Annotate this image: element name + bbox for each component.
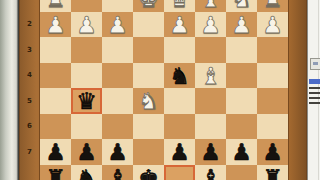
square-b3[interactable] xyxy=(226,37,257,63)
square-c3[interactable] xyxy=(195,37,226,63)
square-d2[interactable]: ♟ xyxy=(164,12,195,38)
square-f6[interactable] xyxy=(102,114,133,140)
square-b7[interactable]: ♟ xyxy=(226,139,257,165)
square-h5[interactable] xyxy=(40,88,71,114)
square-b4[interactable] xyxy=(226,63,257,89)
square-b1[interactable]: ♞ xyxy=(226,0,257,12)
black-knight-g8[interactable]: ♞ xyxy=(71,165,102,181)
black-rook-h8[interactable]: ♜ xyxy=(40,165,71,181)
panel-button[interactable] xyxy=(310,58,320,70)
square-g5[interactable]: ♛ xyxy=(71,88,102,114)
white-bishop-c1[interactable]: ♝ xyxy=(195,0,226,12)
square-a1[interactable]: ♜ xyxy=(257,0,288,12)
square-e4[interactable] xyxy=(133,63,164,89)
rank-label-4: 4 xyxy=(19,71,40,79)
square-f7[interactable]: ♟ xyxy=(102,139,133,165)
square-g4[interactable] xyxy=(71,63,102,89)
square-b2[interactable]: ♟ xyxy=(226,12,257,38)
white-knight-e5[interactable]: ♞ xyxy=(133,88,164,114)
square-d1[interactable]: ♛ xyxy=(164,0,195,12)
white-pawn-g2[interactable]: ♟ xyxy=(71,12,102,38)
square-a3[interactable] xyxy=(257,37,288,63)
square-d6[interactable] xyxy=(164,114,195,140)
panel-selected-item[interactable] xyxy=(309,79,320,84)
square-c5[interactable] xyxy=(195,88,226,114)
square-c7[interactable]: ♟ xyxy=(195,139,226,165)
square-e3[interactable] xyxy=(133,37,164,63)
square-a5[interactable] xyxy=(257,88,288,114)
square-b8[interactable] xyxy=(226,165,257,181)
white-pawn-c2[interactable]: ♟ xyxy=(195,12,226,38)
square-a8[interactable]: ♜ xyxy=(257,165,288,181)
square-h4[interactable] xyxy=(40,63,71,89)
square-h1[interactable]: ♜ xyxy=(40,0,71,12)
square-f8[interactable]: ♝ xyxy=(102,165,133,181)
white-queen-d1[interactable]: ♛ xyxy=(164,0,195,12)
square-e5[interactable]: ♞ xyxy=(133,88,164,114)
white-knight-b1[interactable]: ♞ xyxy=(226,0,257,12)
square-c4[interactable]: ♝ xyxy=(195,63,226,89)
square-a4[interactable] xyxy=(257,63,288,89)
panel-text-line xyxy=(309,102,320,104)
white-pawn-d2[interactable]: ♟ xyxy=(164,12,195,38)
white-rook-a1[interactable]: ♜ xyxy=(257,0,288,12)
black-pawn-b7[interactable]: ♟ xyxy=(226,139,257,165)
square-g2[interactable]: ♟ xyxy=(71,12,102,38)
square-d4[interactable]: ♞ xyxy=(164,63,195,89)
black-rook-a8[interactable]: ♜ xyxy=(257,165,288,181)
chess-board[interactable]: ♜♚♛♝♞♜♟♟♟♟♟♟♟♞♝♛♞♟♟♟♟♟♟♟♜♞♝♚♝♜ xyxy=(40,0,288,180)
white-rook-h1[interactable]: ♜ xyxy=(40,0,71,12)
square-a7[interactable]: ♟ xyxy=(257,139,288,165)
square-c1[interactable]: ♝ xyxy=(195,0,226,12)
chess-app-screen: ♜♚♛♝♞♜♟♟♟♟♟♟♟♞♝♛♞♟♟♟♟♟♟♟♜♞♝♚♝♜ 234567 xyxy=(0,0,320,180)
square-e1[interactable]: ♚ xyxy=(133,0,164,12)
square-c8[interactable]: ♝ xyxy=(195,165,226,181)
square-b5[interactable] xyxy=(226,88,257,114)
black-queen-g5[interactable]: ♛ xyxy=(71,88,102,114)
square-b6[interactable] xyxy=(226,114,257,140)
white-pawn-h2[interactable]: ♟ xyxy=(40,12,71,38)
panel-text-line xyxy=(309,92,320,94)
white-king-e1[interactable]: ♚ xyxy=(133,0,164,12)
square-h2[interactable]: ♟ xyxy=(40,12,71,38)
square-e8[interactable]: ♚ xyxy=(133,165,164,181)
rank-label-3: 3 xyxy=(19,46,40,54)
black-bishop-c8[interactable]: ♝ xyxy=(195,165,226,181)
square-a6[interactable] xyxy=(257,114,288,140)
square-d7[interactable]: ♟ xyxy=(164,139,195,165)
square-g6[interactable] xyxy=(71,114,102,140)
square-f5[interactable] xyxy=(102,88,133,114)
black-knight-d4[interactable]: ♞ xyxy=(164,63,195,89)
square-e6[interactable] xyxy=(133,114,164,140)
black-pawn-h7[interactable]: ♟ xyxy=(40,139,71,165)
square-g7[interactable]: ♟ xyxy=(71,139,102,165)
background-window-panel xyxy=(307,0,320,180)
black-pawn-f7[interactable]: ♟ xyxy=(102,139,133,165)
rank-label-6: 6 xyxy=(19,122,40,130)
black-pawn-g7[interactable]: ♟ xyxy=(71,139,102,165)
rank-label-5: 5 xyxy=(19,97,40,105)
square-c2[interactable]: ♟ xyxy=(195,12,226,38)
square-f3[interactable] xyxy=(102,37,133,63)
white-pawn-b2[interactable]: ♟ xyxy=(226,12,257,38)
black-king-e8[interactable]: ♚ xyxy=(133,165,164,181)
square-g8[interactable]: ♞ xyxy=(71,165,102,181)
rank-label-2: 2 xyxy=(19,20,40,28)
panel-text-line xyxy=(309,97,320,99)
square-h8[interactable]: ♜ xyxy=(40,165,71,181)
black-pawn-c7[interactable]: ♟ xyxy=(195,139,226,165)
square-d3[interactable] xyxy=(164,37,195,63)
square-e2[interactable] xyxy=(133,12,164,38)
square-a2[interactable]: ♟ xyxy=(257,12,288,38)
square-h6[interactable] xyxy=(40,114,71,140)
square-g3[interactable] xyxy=(71,37,102,63)
window-edge xyxy=(0,0,19,180)
square-g1[interactable] xyxy=(71,0,102,12)
square-d5[interactable] xyxy=(164,88,195,114)
white-bishop-c4[interactable]: ♝ xyxy=(195,63,226,89)
square-d8[interactable] xyxy=(164,165,195,181)
square-c6[interactable] xyxy=(195,114,226,140)
square-e7[interactable] xyxy=(133,139,164,165)
rank-label-7: 7 xyxy=(19,148,40,156)
panel-edge-line xyxy=(318,0,319,180)
white-pawn-a2[interactable]: ♟ xyxy=(257,12,288,38)
square-f2[interactable]: ♟ xyxy=(102,12,133,38)
white-pawn-f2[interactable]: ♟ xyxy=(102,12,133,38)
square-h7[interactable]: ♟ xyxy=(40,139,71,165)
black-pawn-a7[interactable]: ♟ xyxy=(257,139,288,165)
panel-text-line xyxy=(309,87,320,89)
square-f1[interactable] xyxy=(102,0,133,12)
black-bishop-f8[interactable]: ♝ xyxy=(102,165,133,181)
square-h3[interactable] xyxy=(40,37,71,63)
square-f4[interactable] xyxy=(102,63,133,89)
black-pawn-d7[interactable]: ♟ xyxy=(164,139,195,165)
